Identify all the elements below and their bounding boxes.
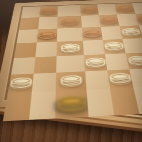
board-square-r2c2 bbox=[57, 28, 83, 42]
piece-tan: ⛂ bbox=[60, 15, 79, 27]
board-square-r1c2: ⛂ bbox=[57, 16, 82, 29]
board-square-r0c1: ⛂ bbox=[39, 6, 58, 17]
board-square-r3c3 bbox=[83, 40, 105, 55]
board-scene: ⛂⛂⛂⛂⛂⛂⛂⛂⛂⛂⛂⛂⛂⛂⛂⛂⛂⛂⛂⛂ bbox=[0, 0, 142, 142]
piece-tan: ⛂ bbox=[37, 27, 57, 41]
piece-cream: ⛂ bbox=[126, 51, 142, 68]
checkers-board: ⛂⛂⛂⛂⛂⛂⛂⛂⛂⛂⛂⛂⛂⛂⛂⛂⛂⛂⛂⛂ bbox=[0, 0, 142, 108]
board-square-r4c2 bbox=[56, 55, 85, 73]
board-square-r7c0 bbox=[3, 92, 32, 121]
board-square-r4c3: ⛂ bbox=[84, 54, 107, 71]
board-square-r0c3: ⛂ bbox=[80, 4, 99, 15]
board-square-r5c3 bbox=[85, 70, 110, 89]
piece-glossy: ⛂ bbox=[55, 88, 88, 117]
checkers-photo: ⛂⛂⛂⛂⛂⛂⛂⛂⛂⛂⛂⛂⛂⛂⛂⛂⛂⛂⛂⛂ bbox=[0, 0, 142, 142]
board-square-r5c1 bbox=[32, 73, 56, 93]
piece-cream: ⛂ bbox=[59, 70, 83, 89]
piece-tan: ⛂ bbox=[82, 26, 103, 40]
board-square-r4c0 bbox=[11, 57, 35, 74]
board-square-r1c0 bbox=[19, 17, 40, 30]
board-square-r3c1 bbox=[35, 42, 57, 58]
board-square-r4c1 bbox=[34, 56, 57, 73]
piece-tan: ⛂ bbox=[40, 5, 58, 16]
board-square-r1c1 bbox=[38, 17, 57, 30]
piece-cream: ⛂ bbox=[60, 40, 81, 55]
board-square-r5c0: ⛂ bbox=[8, 74, 34, 94]
piece-cream: ⛂ bbox=[84, 53, 107, 70]
board-square-r3c5 bbox=[123, 38, 142, 53]
board-square-r7c1 bbox=[29, 91, 56, 120]
piece-cream: ⛂ bbox=[8, 72, 34, 91]
board-square-r4c5: ⛂ bbox=[126, 52, 142, 69]
board-square-r0c0 bbox=[21, 6, 40, 18]
board-square-r2c1: ⛂ bbox=[37, 29, 58, 43]
board-grid: ⛂⛂⛂⛂⛂⛂⛂⛂⛂⛂⛂⛂⛂⛂⛂⛂⛂⛂⛂⛂ bbox=[7, 3, 142, 99]
board-square-r1c3 bbox=[81, 15, 101, 27]
board-square-r3c0 bbox=[14, 42, 37, 58]
board-square-r2c0 bbox=[17, 29, 39, 43]
piece-tan: ⛂ bbox=[80, 4, 99, 15]
board-square-r7c2: ⛂ bbox=[55, 90, 89, 119]
board-square-r2c3: ⛂ bbox=[82, 27, 103, 41]
board-square-r3c2: ⛂ bbox=[57, 41, 84, 57]
board-square-r5c2: ⛂ bbox=[56, 71, 87, 91]
